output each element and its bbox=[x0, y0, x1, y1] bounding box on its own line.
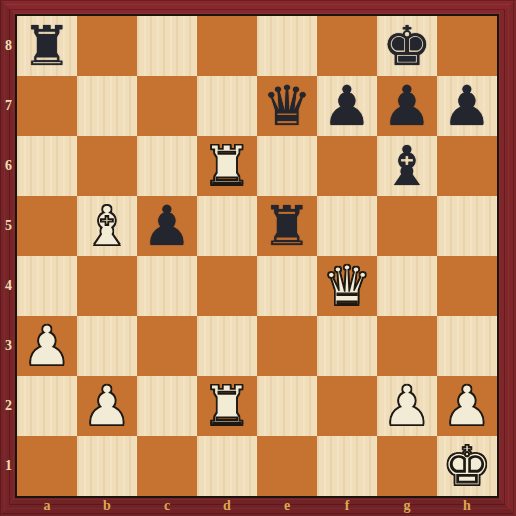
square-d6[interactable]: ♜ bbox=[197, 136, 257, 196]
square-c3[interactable] bbox=[137, 316, 197, 376]
square-h8[interactable] bbox=[437, 16, 497, 76]
square-c1[interactable] bbox=[137, 436, 197, 496]
white-pawn[interactable]: ♟ bbox=[437, 376, 497, 436]
square-h4[interactable] bbox=[437, 256, 497, 316]
square-a1[interactable] bbox=[17, 436, 77, 496]
square-e6[interactable] bbox=[257, 136, 317, 196]
rank-label-7: 7 bbox=[0, 97, 17, 115]
square-b1[interactable] bbox=[77, 436, 137, 496]
white-pawn[interactable]: ♟ bbox=[17, 316, 77, 376]
square-b7[interactable] bbox=[77, 76, 137, 136]
white-bishop[interactable]: ♝ bbox=[77, 196, 137, 256]
square-e3[interactable] bbox=[257, 316, 317, 376]
black-pawn[interactable]: ♟ bbox=[437, 76, 497, 136]
square-d3[interactable] bbox=[197, 316, 257, 376]
square-e2[interactable] bbox=[257, 376, 317, 436]
square-g3[interactable] bbox=[377, 316, 437, 376]
square-a5[interactable] bbox=[17, 196, 77, 256]
square-e5[interactable]: ♜ bbox=[257, 196, 317, 256]
square-f7[interactable]: ♟ bbox=[317, 76, 377, 136]
square-g7[interactable]: ♟ bbox=[377, 76, 437, 136]
file-label-e: e bbox=[257, 497, 317, 514]
square-a3[interactable]: ♟ bbox=[17, 316, 77, 376]
white-queen[interactable]: ♛ bbox=[317, 256, 377, 316]
square-a8[interactable]: ♜ bbox=[17, 16, 77, 76]
square-d5[interactable] bbox=[197, 196, 257, 256]
square-d4[interactable] bbox=[197, 256, 257, 316]
black-pawn[interactable]: ♟ bbox=[137, 196, 197, 256]
square-f5[interactable] bbox=[317, 196, 377, 256]
square-f6[interactable] bbox=[317, 136, 377, 196]
black-bishop[interactable]: ♝ bbox=[377, 136, 437, 196]
square-g2[interactable]: ♟ bbox=[377, 376, 437, 436]
square-a6[interactable] bbox=[17, 136, 77, 196]
file-label-h: h bbox=[437, 497, 497, 514]
square-g4[interactable] bbox=[377, 256, 437, 316]
square-h2[interactable]: ♟ bbox=[437, 376, 497, 436]
rank-label-4: 4 bbox=[0, 277, 17, 295]
white-pawn[interactable]: ♟ bbox=[377, 376, 437, 436]
square-f2[interactable] bbox=[317, 376, 377, 436]
black-rook[interactable]: ♜ bbox=[257, 196, 317, 256]
square-h6[interactable] bbox=[437, 136, 497, 196]
rank-label-1: 1 bbox=[0, 457, 17, 475]
square-f3[interactable] bbox=[317, 316, 377, 376]
chess-board-screenshot: ♜♚♛♟♟♟♜♝♝♟♜♛♟♟♜♟♟♚ 87654321abcdefgh bbox=[0, 0, 516, 516]
square-b2[interactable]: ♟ bbox=[77, 376, 137, 436]
square-h1[interactable]: ♚ bbox=[437, 436, 497, 496]
square-e4[interactable] bbox=[257, 256, 317, 316]
square-c6[interactable] bbox=[137, 136, 197, 196]
square-c5[interactable]: ♟ bbox=[137, 196, 197, 256]
black-pawn[interactable]: ♟ bbox=[317, 76, 377, 136]
file-label-a: a bbox=[17, 497, 77, 514]
square-h3[interactable] bbox=[437, 316, 497, 376]
square-a4[interactable] bbox=[17, 256, 77, 316]
white-rook[interactable]: ♜ bbox=[197, 376, 257, 436]
square-d8[interactable] bbox=[197, 16, 257, 76]
rank-label-6: 6 bbox=[0, 157, 17, 175]
file-label-g: g bbox=[377, 497, 437, 514]
square-g5[interactable] bbox=[377, 196, 437, 256]
square-h7[interactable]: ♟ bbox=[437, 76, 497, 136]
square-d2[interactable]: ♜ bbox=[197, 376, 257, 436]
square-e8[interactable] bbox=[257, 16, 317, 76]
square-f1[interactable] bbox=[317, 436, 377, 496]
black-pawn[interactable]: ♟ bbox=[377, 76, 437, 136]
square-h5[interactable] bbox=[437, 196, 497, 256]
file-label-b: b bbox=[77, 497, 137, 514]
square-c2[interactable] bbox=[137, 376, 197, 436]
square-f4[interactable]: ♛ bbox=[317, 256, 377, 316]
white-rook[interactable]: ♜ bbox=[197, 136, 257, 196]
square-d1[interactable] bbox=[197, 436, 257, 496]
rank-label-3: 3 bbox=[0, 337, 17, 355]
square-f8[interactable] bbox=[317, 16, 377, 76]
square-b6[interactable] bbox=[77, 136, 137, 196]
square-g6[interactable]: ♝ bbox=[377, 136, 437, 196]
square-c8[interactable] bbox=[137, 16, 197, 76]
chess-board: ♜♚♛♟♟♟♜♝♝♟♜♛♟♟♜♟♟♚ bbox=[15, 14, 499, 498]
square-g1[interactable] bbox=[377, 436, 437, 496]
black-king[interactable]: ♚ bbox=[377, 16, 437, 76]
square-c7[interactable] bbox=[137, 76, 197, 136]
square-b8[interactable] bbox=[77, 16, 137, 76]
square-b4[interactable] bbox=[77, 256, 137, 316]
square-c4[interactable] bbox=[137, 256, 197, 316]
square-e1[interactable] bbox=[257, 436, 317, 496]
square-a2[interactable] bbox=[17, 376, 77, 436]
square-d7[interactable] bbox=[197, 76, 257, 136]
rank-label-5: 5 bbox=[0, 217, 17, 235]
square-a7[interactable] bbox=[17, 76, 77, 136]
file-label-c: c bbox=[137, 497, 197, 514]
square-e7[interactable]: ♛ bbox=[257, 76, 317, 136]
file-label-d: d bbox=[197, 497, 257, 514]
white-pawn[interactable]: ♟ bbox=[77, 376, 137, 436]
square-b5[interactable]: ♝ bbox=[77, 196, 137, 256]
square-b3[interactable] bbox=[77, 316, 137, 376]
square-g8[interactable]: ♚ bbox=[377, 16, 437, 76]
rank-label-2: 2 bbox=[0, 397, 17, 415]
rank-label-8: 8 bbox=[0, 37, 17, 55]
white-king[interactable]: ♚ bbox=[437, 436, 497, 496]
file-label-f: f bbox=[317, 497, 377, 514]
black-rook[interactable]: ♜ bbox=[17, 16, 77, 76]
black-queen[interactable]: ♛ bbox=[257, 76, 317, 136]
